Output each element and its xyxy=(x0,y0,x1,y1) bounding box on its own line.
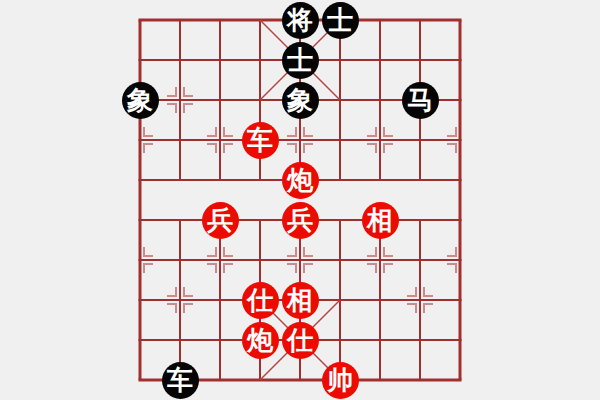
pieces-layer: 将士士象象马车炮兵兵相仕相炮仕帅车 xyxy=(120,0,480,400)
piece-red-cannon[interactable]: 炮 xyxy=(280,160,320,200)
piece-black-chariot[interactable]: 车 xyxy=(160,360,200,400)
piece-black-advisor[interactable]: 士 xyxy=(320,0,360,40)
piece-glyph: 马 xyxy=(402,82,439,119)
xiangqi-board[interactable]: 将士士象象马车炮兵兵相仕相炮仕帅车 xyxy=(0,0,600,400)
piece-glyph: 相 xyxy=(282,282,319,319)
piece-red-advisor[interactable]: 仕 xyxy=(240,280,280,320)
piece-glyph: 车 xyxy=(242,122,279,159)
piece-glyph: 炮 xyxy=(242,322,279,359)
piece-glyph: 象 xyxy=(282,82,319,119)
piece-red-soldier[interactable]: 兵 xyxy=(280,200,320,240)
piece-red-advisor[interactable]: 仕 xyxy=(280,320,320,360)
piece-glyph: 仕 xyxy=(282,322,319,359)
piece-glyph: 士 xyxy=(322,2,359,39)
piece-red-chariot[interactable]: 车 xyxy=(240,120,280,160)
piece-red-elephant[interactable]: 相 xyxy=(280,280,320,320)
piece-glyph: 帅 xyxy=(322,362,359,399)
piece-red-elephant[interactable]: 相 xyxy=(360,200,400,240)
piece-glyph: 兵 xyxy=(202,202,239,239)
piece-glyph: 车 xyxy=(162,362,199,399)
piece-red-general[interactable]: 帅 xyxy=(320,360,360,400)
piece-glyph: 象 xyxy=(122,82,159,119)
piece-glyph: 兵 xyxy=(282,202,319,239)
piece-glyph: 仕 xyxy=(242,282,279,319)
piece-red-cannon[interactable]: 炮 xyxy=(240,320,280,360)
piece-glyph: 相 xyxy=(362,202,399,239)
piece-glyph: 炮 xyxy=(282,162,319,199)
piece-black-advisor[interactable]: 士 xyxy=(280,40,320,80)
piece-glyph: 将 xyxy=(282,2,319,39)
piece-black-elephant[interactable]: 象 xyxy=(280,80,320,120)
piece-glyph: 士 xyxy=(282,42,319,79)
piece-red-soldier[interactable]: 兵 xyxy=(200,200,240,240)
piece-black-elephant[interactable]: 象 xyxy=(120,80,160,120)
piece-black-general[interactable]: 将 xyxy=(280,0,320,40)
piece-black-horse[interactable]: 马 xyxy=(400,80,440,120)
